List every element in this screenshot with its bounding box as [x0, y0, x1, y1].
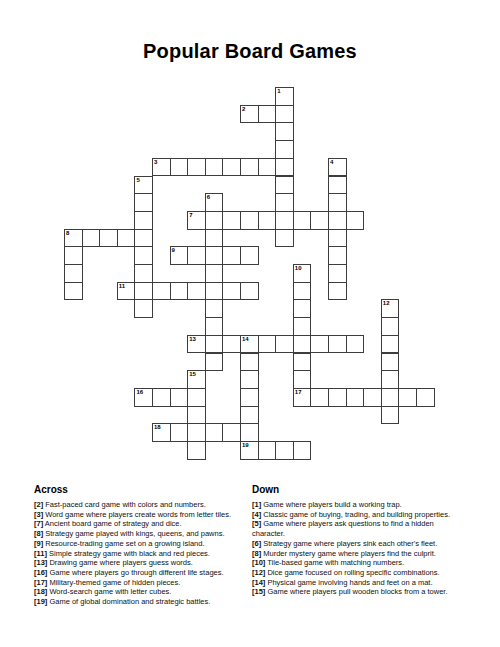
- grid-cell[interactable]: [328, 388, 347, 407]
- clue-item-text: Word-search game with letter cubes.: [47, 587, 171, 596]
- clue-item-text: Game of global domination and strategic …: [47, 597, 210, 606]
- grid-cell[interactable]: [205, 317, 224, 336]
- clue-number: 10: [295, 265, 302, 272]
- grid-cell[interactable]: [64, 246, 83, 265]
- clue-item-number: [13]: [34, 558, 47, 567]
- grid-cell[interactable]: 2: [240, 105, 259, 124]
- grid-cell[interactable]: [346, 211, 365, 230]
- grid-cell[interactable]: 14: [240, 335, 259, 354]
- down-clues-section: Down [1] Game where players build a work…: [252, 484, 464, 597]
- clue-item-number: [15]: [252, 587, 265, 596]
- grid-cell[interactable]: 4: [328, 158, 347, 177]
- clue-item-text: Game where players go through different …: [47, 568, 223, 577]
- clue-number: 7: [189, 212, 192, 219]
- grid-cell[interactable]: [275, 140, 294, 159]
- clue-item-number: [16]: [34, 568, 47, 577]
- across-clue-list: [2] Fast-paced card game with colors and…: [34, 500, 246, 607]
- clue-number: 4: [330, 159, 333, 166]
- grid-cell[interactable]: [275, 229, 294, 248]
- clue-number: 3: [154, 159, 157, 166]
- grid-cell[interactable]: [240, 282, 259, 301]
- clue-item-number: [6]: [252, 539, 261, 548]
- grid-cell[interactable]: [205, 211, 224, 230]
- grid-cell[interactable]: [293, 335, 312, 354]
- clue-item-text: Military-themed game of hidden pieces.: [47, 578, 180, 587]
- grid-cell[interactable]: 8: [64, 229, 83, 248]
- grid-cell[interactable]: [310, 211, 329, 230]
- clue-item-text: Strategy game where players sink each ot…: [261, 539, 437, 548]
- grid-cell[interactable]: 19: [240, 441, 259, 460]
- grid-cell[interactable]: [381, 370, 400, 389]
- grid-cell[interactable]: [222, 246, 241, 265]
- grid-cell[interactable]: 5: [134, 176, 153, 195]
- clue-item-number: [10]: [252, 558, 265, 567]
- grid-cell[interactable]: 3: [152, 158, 171, 177]
- grid-cell[interactable]: [275, 105, 294, 124]
- grid-cell[interactable]: [64, 264, 83, 283]
- grid-cell[interactable]: [134, 211, 153, 230]
- grid-cell[interactable]: [205, 158, 224, 177]
- grid-cell[interactable]: [346, 335, 365, 354]
- grid-cell[interactable]: [170, 282, 189, 301]
- grid-cell[interactable]: [134, 229, 153, 248]
- grid-cell[interactable]: [328, 246, 347, 265]
- grid-cell[interactable]: [187, 158, 206, 177]
- grid-cell[interactable]: [240, 423, 259, 442]
- grid-cell[interactable]: [275, 176, 294, 195]
- grid-cell[interactable]: [258, 105, 277, 124]
- clue-item-text: Murder mystery game where players find t…: [261, 549, 436, 558]
- across-heading: Across: [34, 484, 246, 495]
- clue-item-text: Word game where players create words fro…: [43, 510, 231, 519]
- grid-cell[interactable]: [205, 423, 224, 442]
- grid-cell[interactable]: [293, 370, 312, 389]
- clue-item-number: [8]: [34, 529, 43, 538]
- grid-cell[interactable]: [293, 441, 312, 460]
- clue-item-text: Classic game of buying, trading, and bui…: [261, 510, 450, 519]
- clue-number: 6: [207, 194, 210, 201]
- grid-cell[interactable]: 7: [187, 211, 206, 230]
- clue-item-number: [8]: [252, 549, 261, 558]
- clue-item-text: Game where players build a working trap.: [261, 500, 401, 509]
- grid-cell[interactable]: [134, 299, 153, 318]
- grid-cell[interactable]: [363, 388, 382, 407]
- clue-item-number: [2]: [34, 500, 43, 509]
- clue-item-across: [13] Drawing game where players guess wo…: [34, 558, 246, 568]
- grid-cell[interactable]: [258, 335, 277, 354]
- grid-cell[interactable]: [275, 193, 294, 212]
- clue-number: 5: [136, 177, 139, 184]
- grid-cell[interactable]: [258, 158, 277, 177]
- clue-item-across: [2] Fast-paced card game with colors and…: [34, 500, 246, 510]
- grid-cell[interactable]: [99, 229, 118, 248]
- clue-item-across: [8] Strategy game played with kings, que…: [34, 529, 246, 539]
- grid-cell[interactable]: [117, 229, 136, 248]
- clue-item-number: [7]: [34, 519, 43, 528]
- grid-cell[interactable]: 1: [275, 87, 294, 106]
- clue-item-text: Tile-based game with matching numbers.: [265, 558, 404, 567]
- grid-cell[interactable]: 10: [293, 264, 312, 283]
- grid-cell[interactable]: [293, 353, 312, 372]
- grid-cell[interactable]: [240, 211, 259, 230]
- clue-item-number: [17]: [34, 578, 47, 587]
- grid-cell[interactable]: [134, 282, 153, 301]
- grid-cell[interactable]: [293, 317, 312, 336]
- clue-item-down: [14] Physical game involving hands and f…: [252, 578, 464, 588]
- clue-item-text: Simple strategy game with black and red …: [47, 549, 210, 558]
- grid-cell[interactable]: [310, 335, 329, 354]
- grid-cell[interactable]: [222, 158, 241, 177]
- grid-cell[interactable]: [134, 246, 153, 265]
- grid-cell[interactable]: [328, 335, 347, 354]
- grid-cell[interactable]: [170, 158, 189, 177]
- grid-cell[interactable]: [205, 335, 224, 354]
- grid-cell[interactable]: [381, 406, 400, 425]
- grid-cell[interactable]: 17: [293, 388, 312, 407]
- clue-item-number: [1]: [252, 500, 261, 509]
- grid-cell[interactable]: [240, 158, 259, 177]
- grid-cell[interactable]: [328, 176, 347, 195]
- grid-cell[interactable]: [275, 211, 294, 230]
- grid-cell[interactable]: [240, 353, 259, 372]
- grid-cell[interactable]: [240, 370, 259, 389]
- clue-item-text: Resource-trading game set on a growing i…: [43, 539, 204, 548]
- clue-item-number: [11]: [34, 549, 47, 558]
- clue-item-number: [9]: [34, 539, 43, 548]
- grid-cell[interactable]: [381, 353, 400, 372]
- clue-number: 19: [242, 442, 249, 449]
- grid-cell[interactable]: 16: [134, 388, 153, 407]
- grid-cell[interactable]: [275, 158, 294, 177]
- grid-cell[interactable]: [222, 423, 241, 442]
- grid-cell[interactable]: [328, 264, 347, 283]
- grid-cell[interactable]: [187, 441, 206, 460]
- grid-cell[interactable]: [187, 282, 206, 301]
- clue-item-text: Game where players pull wooden blocks fr…: [265, 587, 447, 596]
- grid-cell[interactable]: [134, 264, 153, 283]
- grid-cell[interactable]: [310, 388, 329, 407]
- grid-cell[interactable]: [205, 264, 224, 283]
- grid-cell[interactable]: [82, 229, 101, 248]
- clue-item-across: [3] Word game where players create words…: [34, 510, 246, 520]
- down-clue-list: [1] Game where players build a working t…: [252, 500, 464, 597]
- clue-item-down: [1] Game where players build a working t…: [252, 500, 464, 510]
- clue-number: 15: [189, 371, 196, 378]
- grid-cell[interactable]: [205, 299, 224, 318]
- grid-cell[interactable]: 13: [187, 335, 206, 354]
- grid-cell[interactable]: [293, 282, 312, 301]
- puzzle-page: Popular Board Games 12345678910111213141…: [0, 0, 500, 647]
- grid-cell[interactable]: 6: [205, 193, 224, 212]
- clue-item-down: [10] Tile-based game with matching numbe…: [252, 558, 464, 568]
- clue-item-number: [18]: [34, 587, 47, 596]
- grid-cell[interactable]: [205, 282, 224, 301]
- across-clues-section: Across [2] Fast-paced card game with col…: [34, 484, 246, 607]
- grid-cell[interactable]: [275, 122, 294, 141]
- grid-cell[interactable]: [152, 388, 171, 407]
- grid-cell[interactable]: [293, 211, 312, 230]
- clue-item-down: [5] Game where players ask questions to …: [252, 519, 464, 538]
- grid-cell[interactable]: [328, 211, 347, 230]
- clue-item-across: [11] Simple strategy game with black and…: [34, 549, 246, 559]
- grid-cell[interactable]: 11: [117, 282, 136, 301]
- clue-item-across: [9] Resource-trading game set on a growi…: [34, 539, 246, 549]
- grid-cell[interactable]: [240, 246, 259, 265]
- grid-cell[interactable]: [170, 423, 189, 442]
- grid-cell[interactable]: [293, 299, 312, 318]
- grid-cell[interactable]: [275, 335, 294, 354]
- grid-cell[interactable]: [64, 282, 83, 301]
- grid-cell[interactable]: 18: [152, 423, 171, 442]
- clue-number: 8: [66, 230, 69, 237]
- grid-cell[interactable]: [328, 229, 347, 248]
- grid-cell[interactable]: [240, 388, 259, 407]
- down-heading: Down: [252, 484, 464, 495]
- clue-number: 13: [189, 336, 196, 343]
- clue-item-across: [17] Military-themed game of hidden piec…: [34, 578, 246, 588]
- grid-cell[interactable]: [346, 388, 365, 407]
- grid-cell[interactable]: [222, 335, 241, 354]
- grid-cell[interactable]: [416, 388, 435, 407]
- grid-cell[interactable]: [187, 406, 206, 425]
- grid-cell[interactable]: [222, 282, 241, 301]
- clue-number: 9: [172, 247, 175, 254]
- clue-item-down: [8] Murder mystery game where players fi…: [252, 549, 464, 559]
- clue-item-text: Game where players ask questions to find…: [252, 519, 434, 538]
- grid-cell[interactable]: 9: [170, 246, 189, 265]
- clue-item-across: [16] Game where players go through diffe…: [34, 568, 246, 578]
- clue-item-across: [7] Ancient board game of strategy and d…: [34, 519, 246, 529]
- grid-cell[interactable]: 12: [381, 299, 400, 318]
- grid-cell[interactable]: [205, 353, 224, 372]
- grid-cell[interactable]: [381, 388, 400, 407]
- clue-item-down: [15] Game where players pull wooden bloc…: [252, 587, 464, 597]
- grid-cell[interactable]: [187, 388, 206, 407]
- grid-cell[interactable]: [205, 246, 224, 265]
- grid-cell[interactable]: [328, 282, 347, 301]
- clue-item-text: Strategy game played with kings, queens,…: [43, 529, 224, 538]
- clue-item-down: [12] Dice game focused on rolling specif…: [252, 568, 464, 578]
- grid-cell[interactable]: [275, 441, 294, 460]
- grid-cell[interactable]: [152, 282, 171, 301]
- clue-item-text: Ancient board game of strategy and dice.: [43, 519, 181, 528]
- clue-item-number: [5]: [252, 519, 261, 528]
- grid-cell[interactable]: [170, 388, 189, 407]
- grid-cell[interactable]: [134, 193, 153, 212]
- clue-number: 11: [119, 283, 125, 290]
- grid-cell[interactable]: [381, 335, 400, 354]
- clue-number: 17: [295, 389, 302, 396]
- clue-item-down: [4] Classic game of buying, trading, and…: [252, 510, 464, 520]
- grid-cell[interactable]: [187, 423, 206, 442]
- clue-number: 16: [136, 389, 143, 396]
- grid-cell[interactable]: [205, 229, 224, 248]
- clue-item-across: [18] Word-search game with letter cubes.: [34, 587, 246, 597]
- clue-item-text: Drawing game where players guess words.: [47, 558, 192, 567]
- clue-item-number: [19]: [34, 597, 47, 606]
- grid-cell[interactable]: 15: [187, 370, 206, 389]
- clue-item-text: Fast-paced card game with colors and num…: [43, 500, 206, 509]
- grid-cell[interactable]: [328, 193, 347, 212]
- clue-number: 12: [383, 300, 390, 307]
- grid-cell[interactable]: [258, 211, 277, 230]
- clue-item-text: Physical game involving hands and feet o…: [265, 578, 432, 587]
- clue-item-across: [19] Game of global domination and strat…: [34, 597, 246, 607]
- grid-cell[interactable]: [398, 388, 417, 407]
- clue-number: 1: [277, 88, 280, 95]
- grid-cell[interactable]: [187, 246, 206, 265]
- crossword-grid: 12345678910111213141516171819: [0, 0, 500, 480]
- clue-item-text: Dice game focused on rolling specific co…: [265, 568, 439, 577]
- clue-item-down: [6] Strategy game where players sink eac…: [252, 539, 464, 549]
- clue-number: 14: [242, 336, 249, 343]
- clue-item-number: [12]: [252, 568, 265, 577]
- clue-number: 2: [242, 106, 245, 113]
- grid-cell[interactable]: [240, 406, 259, 425]
- clue-item-number: [3]: [34, 510, 43, 519]
- clue-item-number: [14]: [252, 578, 265, 587]
- clue-number: 18: [154, 424, 161, 431]
- grid-cell[interactable]: [381, 317, 400, 336]
- grid-cell[interactable]: [258, 441, 277, 460]
- clue-item-number: [4]: [252, 510, 261, 519]
- grid-cell[interactable]: [222, 211, 241, 230]
